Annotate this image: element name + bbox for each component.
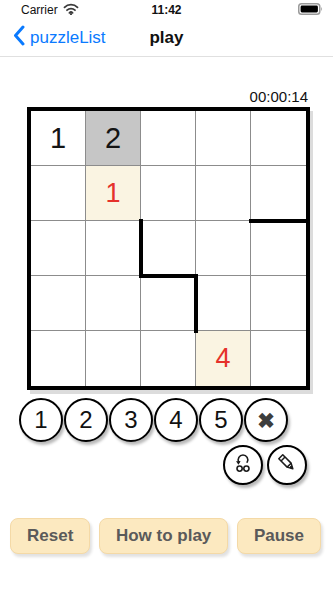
cell-r3c0[interactable] <box>31 276 86 331</box>
keypad: 12345✖ <box>19 398 333 442</box>
board-cells: 1214 <box>31 111 306 386</box>
cell-r1c2[interactable] <box>141 166 196 221</box>
cell-r1c1[interactable]: 1 <box>86 166 141 221</box>
digit-button-4[interactable]: 4 <box>154 398 198 442</box>
cage-wall <box>139 219 143 278</box>
cell-r2c1[interactable] <box>86 221 141 276</box>
digit-button-2[interactable]: 2 <box>64 398 108 442</box>
nav-bar: puzzleList play <box>0 20 333 57</box>
cell-r3c1[interactable] <box>86 276 141 331</box>
action-bar: Reset How to play Pause <box>0 518 333 554</box>
battery-icon <box>298 3 323 18</box>
undo-button[interactable] <box>223 445 263 485</box>
cage-wall <box>139 274 198 278</box>
cell-r0c3[interactable] <box>196 111 251 166</box>
undo-icon <box>231 451 255 479</box>
board: 1214 <box>27 107 310 390</box>
cell-r0c1[interactable]: 2 <box>86 111 141 166</box>
tool-row <box>0 445 307 485</box>
cell-r4c4[interactable] <box>251 331 306 386</box>
cell-r2c3[interactable] <box>196 221 251 276</box>
chevron-left-icon <box>13 25 25 51</box>
cell-r4c3[interactable]: 4 <box>196 331 251 386</box>
cell-r1c4[interactable] <box>251 166 306 221</box>
digit-label: 3 <box>124 406 137 434</box>
cell-r0c4[interactable] <box>251 111 306 166</box>
pencil-button[interactable] <box>267 445 307 485</box>
pause-button[interactable]: Pause <box>237 518 321 554</box>
cell-r2c4[interactable] <box>251 221 306 276</box>
cell-r0c0[interactable]: 1 <box>31 111 86 166</box>
digit-button-5[interactable]: 5 <box>199 398 243 442</box>
reset-button[interactable]: Reset <box>10 518 90 554</box>
cage-wall <box>249 219 308 223</box>
delete-button[interactable]: ✖ <box>244 398 288 442</box>
digit-label: 4 <box>169 406 182 434</box>
status-bar: Carrier 11:42 <box>0 0 333 20</box>
cell-r1c0[interactable] <box>31 166 86 221</box>
cell-r4c0[interactable] <box>31 331 86 386</box>
app-screen: Carrier 11:42 <box>0 0 333 592</box>
back-button[interactable]: puzzleList <box>13 25 106 51</box>
digit-button-1[interactable]: 1 <box>19 398 63 442</box>
cage-wall <box>194 274 198 333</box>
cell-r3c3[interactable] <box>196 276 251 331</box>
digit-label: 2 <box>79 406 92 434</box>
cell-r3c4[interactable] <box>251 276 306 331</box>
cell-r4c2[interactable] <box>141 331 196 386</box>
delete-x-icon: ✖ <box>257 410 275 431</box>
digit-button-3[interactable]: 3 <box>109 398 153 442</box>
digit-label: 5 <box>214 406 227 434</box>
how-to-play-button[interactable]: How to play <box>99 518 228 554</box>
cell-r4c1[interactable] <box>86 331 141 386</box>
digit-label: 1 <box>34 406 47 434</box>
back-label: puzzleList <box>30 28 106 48</box>
cell-r2c0[interactable] <box>31 221 86 276</box>
cell-r1c3[interactable] <box>196 166 251 221</box>
timer: 00:00:14 <box>0 88 308 105</box>
cell-r3c2[interactable] <box>141 276 196 331</box>
cell-r2c2[interactable] <box>141 221 196 276</box>
carrier-label: Carrier <box>21 3 58 17</box>
wifi-icon <box>63 3 79 18</box>
cell-r0c2[interactable] <box>141 111 196 166</box>
pencil-icon <box>275 451 299 479</box>
